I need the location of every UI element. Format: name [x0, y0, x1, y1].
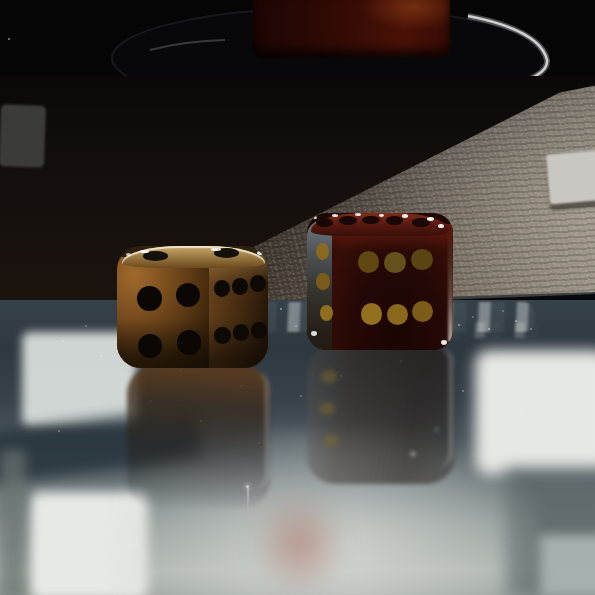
- specular-glint: [427, 217, 434, 221]
- die-pip: [386, 216, 404, 224]
- glint: [411, 452, 415, 456]
- die-pip: [384, 252, 405, 273]
- light-patch: [540, 535, 595, 595]
- die-pip: [233, 324, 250, 341]
- die-pip: [411, 249, 432, 270]
- die-pip: [214, 327, 231, 344]
- reflected-pip: [321, 370, 337, 383]
- die-pip: [316, 218, 334, 226]
- die-pip: [316, 273, 329, 289]
- specular-glint: [402, 214, 408, 217]
- specular-glint: [379, 214, 385, 217]
- card-right: [546, 149, 595, 204]
- die-pip: [138, 334, 162, 358]
- die-pip: [251, 322, 268, 339]
- die-pip: [250, 275, 267, 292]
- right-die: [307, 213, 453, 350]
- specular-glint: [311, 331, 317, 336]
- die-pip: [137, 286, 161, 310]
- specular-glint: [211, 248, 222, 251]
- dust-speck: [8, 38, 10, 40]
- specular-glint: [140, 250, 149, 253]
- left-die: [117, 246, 268, 368]
- left-die-reflection: [127, 366, 270, 508]
- die-pip: [176, 283, 200, 307]
- specular-glint: [126, 253, 131, 256]
- red-dice-cup: [253, 0, 450, 58]
- reflected-pip: [319, 402, 335, 415]
- specular-glint: [332, 214, 338, 217]
- die-pip: [177, 330, 201, 354]
- wood-light-band: [0, 76, 595, 316]
- glint: [435, 428, 438, 431]
- die-pip: [362, 216, 380, 224]
- right-die-pips: [307, 213, 453, 350]
- die-pip: [232, 278, 249, 295]
- die-pip: [361, 303, 382, 324]
- dice-photo-scene: [0, 0, 595, 595]
- die-pip: [214, 280, 231, 297]
- dust-specks: [0, 300, 2, 302]
- die-pip: [339, 216, 357, 224]
- glass-surface: [0, 300, 595, 595]
- die-pip: [358, 251, 379, 272]
- red-cup-reflection: [250, 490, 350, 595]
- die-pip: [316, 243, 329, 259]
- die-pip: [412, 301, 433, 322]
- card-left: [0, 104, 46, 168]
- die-pip: [320, 305, 333, 321]
- specular-glint: [441, 340, 447, 345]
- left-die-pips: [117, 246, 268, 368]
- right-die-reflection: [307, 344, 455, 484]
- light-patch: [0, 450, 26, 595]
- reflected-pip: [323, 434, 339, 447]
- wood-grain-texture: [0, 76, 595, 316]
- specular-glint: [438, 224, 444, 228]
- specular-glint: [355, 213, 361, 216]
- wood-board-surface: [0, 76, 595, 316]
- die-pip: [387, 304, 408, 325]
